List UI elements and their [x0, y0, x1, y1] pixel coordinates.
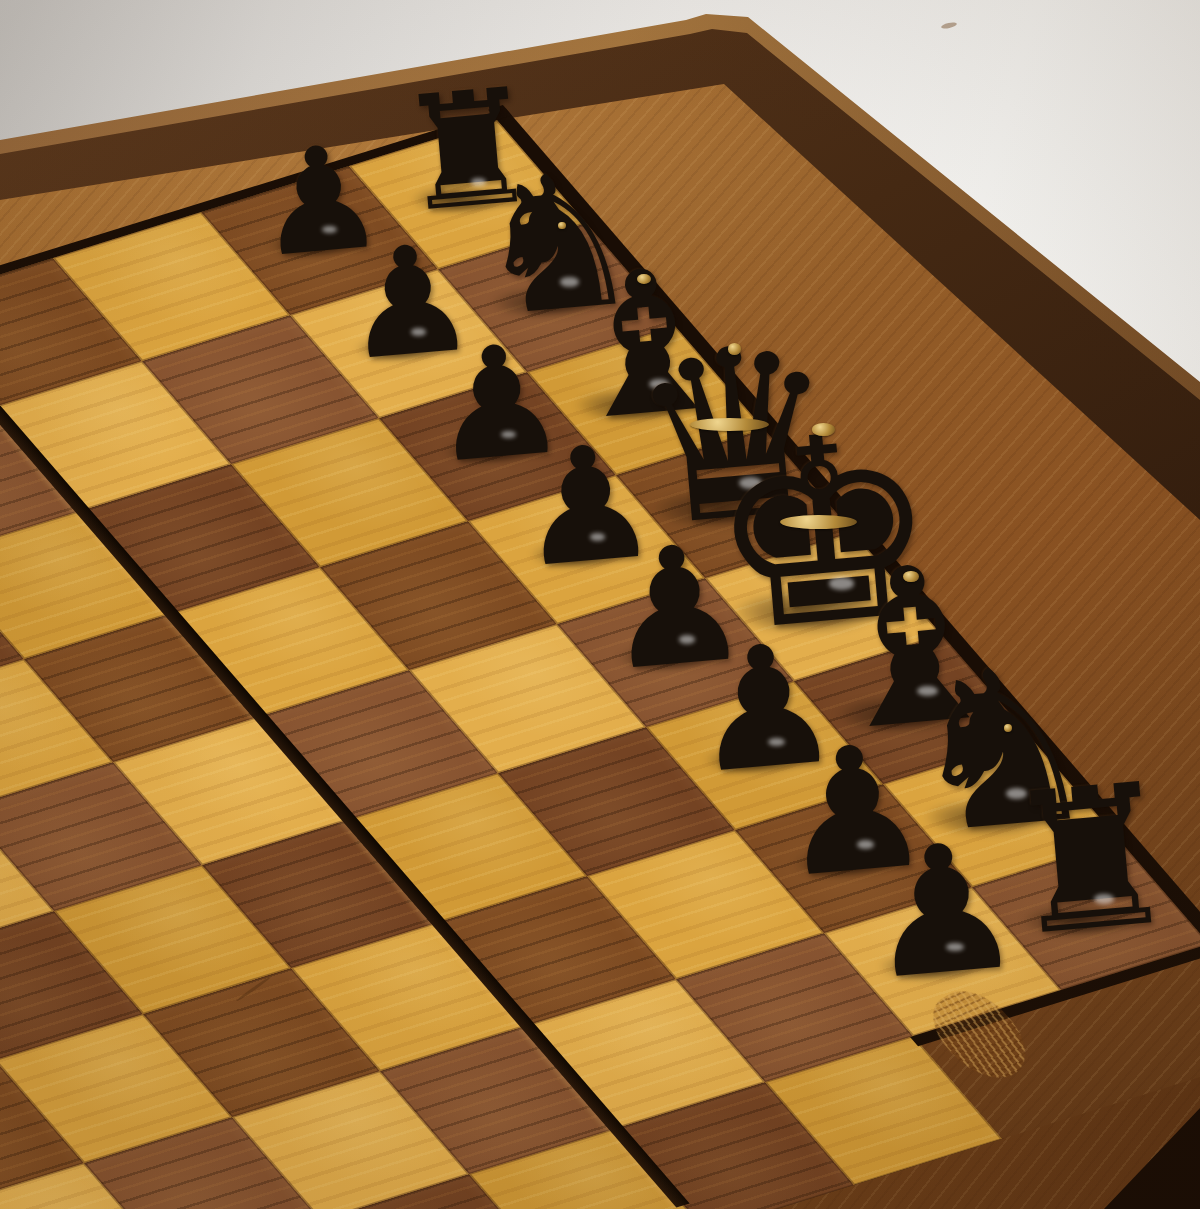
- specular-highlight: [1094, 894, 1113, 904]
- gilt-eye: [558, 222, 565, 229]
- specular-highlight: [946, 943, 964, 952]
- gilt-finial: [903, 571, 919, 583]
- black-pawn-glyph: ♟: [856, 816, 1029, 1005]
- gilt-top: [812, 423, 835, 436]
- gilt-finial: [728, 343, 742, 355]
- scene-antique-chessboard: ♜♞♝♛♚♝♞♜♟♟♟♟♟♟♟♟: [0, 0, 1200, 1209]
